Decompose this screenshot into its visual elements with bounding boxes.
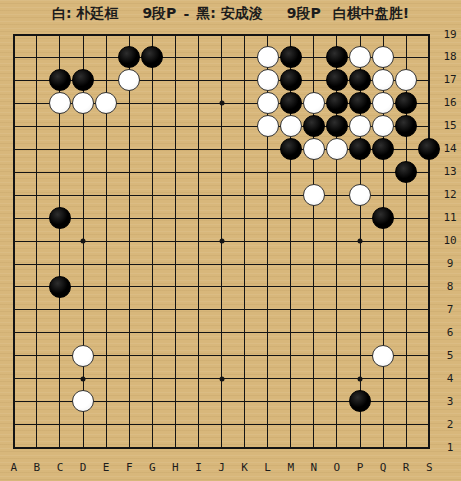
- intersection-J4: [210, 367, 233, 390]
- intersection-E15: [95, 115, 118, 138]
- column-label-G: G: [149, 462, 156, 474]
- intersection-A5: [2, 344, 25, 367]
- intersection-S2: [418, 413, 441, 436]
- intersection-B12: [25, 184, 48, 207]
- intersection-P5: [348, 344, 371, 367]
- intersection-G19: [141, 23, 164, 46]
- intersection-F16: [118, 92, 141, 115]
- intersection-R9: [395, 252, 418, 275]
- intersection-Q10: [372, 229, 395, 252]
- intersection-J15: [210, 115, 233, 138]
- intersection-G15: [141, 115, 164, 138]
- white-player-label: 白:: [52, 5, 72, 23]
- intersection-H9: [164, 252, 187, 275]
- row-label-10: 10: [443, 235, 456, 247]
- black-player-name: 安成浚: [221, 5, 263, 23]
- black-stone-R16: [395, 92, 417, 114]
- black-stone-F18: [118, 46, 140, 68]
- intersection-B10: [25, 229, 48, 252]
- black-stone-R13: [395, 161, 417, 183]
- intersection-R10: [395, 229, 418, 252]
- game-result: 白棋中盘胜!: [333, 5, 409, 23]
- black-stone-O16: [326, 92, 348, 114]
- intersection-S17: [418, 69, 441, 92]
- intersection-B13: [25, 161, 48, 184]
- intersection-E18: [95, 46, 118, 69]
- intersection-D15: [72, 115, 95, 138]
- intersection-J9: [210, 252, 233, 275]
- intersection-H13: [164, 161, 187, 184]
- intersection-H15: [164, 115, 187, 138]
- intersection-P4: [348, 367, 371, 390]
- intersection-Q14: [372, 138, 395, 161]
- intersection-J5: [210, 344, 233, 367]
- intersection-O18: [325, 46, 348, 69]
- intersection-G18: [141, 46, 164, 69]
- intersection-A12: [2, 184, 25, 207]
- white-player-rank: 9段P: [142, 5, 176, 23]
- intersection-M13: [279, 161, 302, 184]
- intersection-L4: [256, 367, 279, 390]
- intersection-A17: [2, 69, 25, 92]
- intersection-M16: [279, 92, 302, 115]
- intersection-B11: [25, 207, 48, 230]
- intersection-K5: [233, 344, 256, 367]
- column-label-L: L: [264, 462, 271, 474]
- intersection-E9: [95, 252, 118, 275]
- intersection-M9: [279, 252, 302, 275]
- intersection-D12: [72, 184, 95, 207]
- intersection-M8: [279, 275, 302, 298]
- intersection-J3: [210, 390, 233, 413]
- intersection-F3: [118, 390, 141, 413]
- row-label-14: 14: [443, 143, 456, 155]
- intersection-O14: [325, 138, 348, 161]
- intersection-K13: [233, 161, 256, 184]
- intersection-A4: [2, 367, 25, 390]
- intersection-H7: [164, 298, 187, 321]
- row-label-1: 1: [447, 442, 454, 454]
- intersection-J8: [210, 275, 233, 298]
- intersection-K9: [233, 252, 256, 275]
- intersection-K16: [233, 92, 256, 115]
- intersection-D18: [72, 46, 95, 69]
- intersection-O3: [325, 390, 348, 413]
- intersection-M4: [279, 367, 302, 390]
- intersection-M17: [279, 69, 302, 92]
- intersection-B17: [25, 69, 48, 92]
- intersection-O17: [325, 69, 348, 92]
- intersection-C19: [48, 23, 71, 46]
- white-stone-D3: [72, 390, 94, 412]
- intersection-S18: [418, 46, 441, 69]
- intersection-M14: [279, 138, 302, 161]
- intersection-L6: [256, 321, 279, 344]
- intersection-G16: [141, 92, 164, 115]
- intersection-R19: [395, 23, 418, 46]
- intersection-H11: [164, 207, 187, 230]
- intersection-L12: [256, 184, 279, 207]
- row-label-18: 18: [443, 51, 456, 63]
- intersection-Q17: [372, 69, 395, 92]
- intersection-P16: [348, 92, 371, 115]
- intersection-A1: [2, 436, 25, 459]
- intersection-D1: [72, 436, 95, 459]
- intersection-N6: [302, 321, 325, 344]
- intersection-J11: [210, 207, 233, 230]
- intersection-F6: [118, 321, 141, 344]
- white-stone-L17: [257, 69, 279, 91]
- intersection-G9: [141, 252, 164, 275]
- intersection-P8: [348, 275, 371, 298]
- intersection-B9: [25, 252, 48, 275]
- intersection-G13: [141, 161, 164, 184]
- intersection-O10: [325, 229, 348, 252]
- intersection-A10: [2, 229, 25, 252]
- intersection-P13: [348, 161, 371, 184]
- column-label-K: K: [241, 462, 248, 474]
- intersection-L5: [256, 344, 279, 367]
- intersection-D14: [72, 138, 95, 161]
- intersection-S10: [418, 229, 441, 252]
- intersection-D4: [72, 367, 95, 390]
- go-board: [2, 23, 440, 459]
- column-label-Q: Q: [380, 462, 387, 474]
- intersection-P19: [348, 23, 371, 46]
- intersection-O16: [325, 92, 348, 115]
- intersection-L3: [256, 390, 279, 413]
- intersection-D13: [72, 161, 95, 184]
- intersection-N4: [302, 367, 325, 390]
- intersection-L14: [256, 138, 279, 161]
- white-stone-N12: [303, 184, 325, 206]
- intersection-E19: [95, 23, 118, 46]
- row-label-15: 15: [443, 120, 456, 132]
- intersection-H12: [164, 184, 187, 207]
- intersection-Q11: [372, 207, 395, 230]
- intersection-R4: [395, 367, 418, 390]
- intersection-O4: [325, 367, 348, 390]
- intersection-N18: [302, 46, 325, 69]
- intersection-N16: [302, 92, 325, 115]
- intersection-J6: [210, 321, 233, 344]
- white-stone-M15: [280, 115, 302, 137]
- intersection-E5: [95, 344, 118, 367]
- intersection-Q16: [372, 92, 395, 115]
- intersection-O6: [325, 321, 348, 344]
- intersection-B18: [25, 46, 48, 69]
- column-label-R: R: [403, 462, 410, 474]
- black-stone-M18: [280, 46, 302, 68]
- intersection-B1: [25, 436, 48, 459]
- intersection-E16: [95, 92, 118, 115]
- go-game-viewer: 白: 朴廷桓9段P-黑: 安成浚9段P白棋中盘胜! ABCDEFGHIJKLMN…: [0, 0, 461, 481]
- white-player-name: 朴廷桓: [76, 5, 118, 23]
- intersection-R7: [395, 298, 418, 321]
- intersection-F8: [118, 275, 141, 298]
- intersection-B4: [25, 367, 48, 390]
- column-label-E: E: [103, 462, 110, 474]
- black-stone-O18: [326, 46, 348, 68]
- intersection-L7: [256, 298, 279, 321]
- intersection-R1: [395, 436, 418, 459]
- intersection-J19: [210, 23, 233, 46]
- intersection-F2: [118, 413, 141, 436]
- intersection-S13: [418, 161, 441, 184]
- row-label-17: 17: [443, 74, 456, 86]
- white-stone-Q5: [372, 345, 394, 367]
- row-label-16: 16: [443, 97, 456, 109]
- intersection-S7: [418, 298, 441, 321]
- black-stone-O15: [326, 115, 348, 137]
- intersection-D19: [72, 23, 95, 46]
- intersection-I7: [187, 298, 210, 321]
- players-separator: -: [183, 6, 189, 22]
- intersection-G14: [141, 138, 164, 161]
- intersection-H16: [164, 92, 187, 115]
- black-stone-C11: [49, 207, 71, 229]
- intersection-I9: [187, 252, 210, 275]
- intersection-R16: [395, 92, 418, 115]
- intersection-G2: [141, 413, 164, 436]
- intersection-P3: [348, 390, 371, 413]
- intersection-R13: [395, 161, 418, 184]
- intersection-C6: [48, 321, 71, 344]
- intersection-G3: [141, 390, 164, 413]
- intersection-L15: [256, 115, 279, 138]
- intersection-C15: [48, 115, 71, 138]
- white-stone-Q16: [372, 92, 394, 114]
- intersection-G11: [141, 207, 164, 230]
- intersection-O9: [325, 252, 348, 275]
- intersection-O2: [325, 413, 348, 436]
- white-stone-D16: [72, 92, 94, 114]
- intersection-G6: [141, 321, 164, 344]
- intersection-B2: [25, 413, 48, 436]
- intersection-M3: [279, 390, 302, 413]
- row-label-4: 4: [447, 373, 454, 385]
- intersection-D17: [72, 69, 95, 92]
- intersection-B16: [25, 92, 48, 115]
- white-stone-Q15: [372, 115, 394, 137]
- intersection-G10: [141, 229, 164, 252]
- intersection-Q5: [372, 344, 395, 367]
- intersection-H8: [164, 275, 187, 298]
- column-label-O: O: [334, 462, 341, 474]
- column-label-H: H: [172, 462, 179, 474]
- intersection-O19: [325, 23, 348, 46]
- white-stone-C16: [49, 92, 71, 114]
- intersection-I6: [187, 321, 210, 344]
- intersection-A7: [2, 298, 25, 321]
- intersection-A3: [2, 390, 25, 413]
- intersection-Q19: [372, 23, 395, 46]
- intersection-S5: [418, 344, 441, 367]
- intersection-F14: [118, 138, 141, 161]
- intersection-N2: [302, 413, 325, 436]
- intersection-B8: [25, 275, 48, 298]
- intersection-N17: [302, 69, 325, 92]
- intersection-K1: [233, 436, 256, 459]
- black-stone-M16: [280, 92, 302, 114]
- white-stone-P15: [349, 115, 371, 137]
- intersection-R5: [395, 344, 418, 367]
- intersection-I14: [187, 138, 210, 161]
- intersection-K19: [233, 23, 256, 46]
- white-stone-E16: [95, 92, 117, 114]
- intersection-H1: [164, 436, 187, 459]
- intersection-Q4: [372, 367, 395, 390]
- intersection-M15: [279, 115, 302, 138]
- intersection-N19: [302, 23, 325, 46]
- intersection-E3: [95, 390, 118, 413]
- intersection-C10: [48, 229, 71, 252]
- intersection-H17: [164, 69, 187, 92]
- intersection-E10: [95, 229, 118, 252]
- intersection-Q15: [372, 115, 395, 138]
- column-label-I: I: [195, 462, 202, 474]
- intersection-P12: [348, 184, 371, 207]
- intersection-J2: [210, 413, 233, 436]
- intersection-M6: [279, 321, 302, 344]
- intersection-C2: [48, 413, 71, 436]
- intersection-C17: [48, 69, 71, 92]
- intersection-I11: [187, 207, 210, 230]
- intersection-K6: [233, 321, 256, 344]
- intersection-G1: [141, 436, 164, 459]
- intersection-L2: [256, 413, 279, 436]
- intersection-S16: [418, 92, 441, 115]
- white-stone-P18: [349, 46, 371, 68]
- intersection-D5: [72, 344, 95, 367]
- intersection-E13: [95, 161, 118, 184]
- intersection-C13: [48, 161, 71, 184]
- intersection-B3: [25, 390, 48, 413]
- black-stone-G18: [141, 46, 163, 68]
- intersection-N5: [302, 344, 325, 367]
- intersection-F4: [118, 367, 141, 390]
- intersection-N12: [302, 184, 325, 207]
- intersection-J18: [210, 46, 233, 69]
- intersection-D7: [72, 298, 95, 321]
- intersection-I13: [187, 161, 210, 184]
- intersection-A19: [2, 23, 25, 46]
- intersection-B14: [25, 138, 48, 161]
- intersection-K11: [233, 207, 256, 230]
- intersection-O13: [325, 161, 348, 184]
- intersection-P18: [348, 46, 371, 69]
- intersection-P9: [348, 252, 371, 275]
- intersection-L19: [256, 23, 279, 46]
- intersection-D2: [72, 413, 95, 436]
- intersection-I4: [187, 367, 210, 390]
- intersection-S19: [418, 23, 441, 46]
- intersection-O5: [325, 344, 348, 367]
- intersection-D10: [72, 229, 95, 252]
- intersection-Q3: [372, 390, 395, 413]
- intersection-I1: [187, 436, 210, 459]
- intersection-D8: [72, 275, 95, 298]
- black-stone-P3: [349, 390, 371, 412]
- intersection-S8: [418, 275, 441, 298]
- row-label-6: 6: [447, 327, 454, 339]
- intersection-Q2: [372, 413, 395, 436]
- intersection-S12: [418, 184, 441, 207]
- row-label-12: 12: [443, 189, 456, 201]
- intersection-K10: [233, 229, 256, 252]
- intersection-F15: [118, 115, 141, 138]
- column-label-F: F: [126, 462, 133, 474]
- intersection-Q7: [372, 298, 395, 321]
- row-label-2: 2: [447, 419, 454, 431]
- intersection-I10: [187, 229, 210, 252]
- intersection-F11: [118, 207, 141, 230]
- intersection-A8: [2, 275, 25, 298]
- intersection-S4: [418, 367, 441, 390]
- intersection-O8: [325, 275, 348, 298]
- intersection-F13: [118, 161, 141, 184]
- black-stone-P17: [349, 69, 371, 91]
- intersection-A18: [2, 46, 25, 69]
- white-stone-Q18: [372, 46, 394, 68]
- intersection-F18: [118, 46, 141, 69]
- column-label-P: P: [357, 462, 364, 474]
- intersection-R17: [395, 69, 418, 92]
- intersection-E12: [95, 184, 118, 207]
- intersection-A2: [2, 413, 25, 436]
- intersection-L10: [256, 229, 279, 252]
- intersection-N11: [302, 207, 325, 230]
- intersection-L13: [256, 161, 279, 184]
- intersection-G5: [141, 344, 164, 367]
- black-stone-Q14: [372, 138, 394, 160]
- white-stone-L16: [257, 92, 279, 114]
- white-stone-N16: [303, 92, 325, 114]
- intersection-G7: [141, 298, 164, 321]
- intersection-I5: [187, 344, 210, 367]
- intersection-A13: [2, 161, 25, 184]
- intersection-K3: [233, 390, 256, 413]
- white-stone-N14: [303, 138, 325, 160]
- white-stone-Q17: [372, 69, 394, 91]
- intersection-E6: [95, 321, 118, 344]
- intersection-S3: [418, 390, 441, 413]
- intersection-N8: [302, 275, 325, 298]
- intersection-K2: [233, 413, 256, 436]
- intersection-N10: [302, 229, 325, 252]
- intersection-P15: [348, 115, 371, 138]
- intersection-K18: [233, 46, 256, 69]
- intersection-H18: [164, 46, 187, 69]
- column-label-C: C: [57, 462, 64, 474]
- intersection-A16: [2, 92, 25, 115]
- black-stone-O17: [326, 69, 348, 91]
- intersection-P2: [348, 413, 371, 436]
- intersection-Q1: [372, 436, 395, 459]
- intersection-D16: [72, 92, 95, 115]
- intersection-K12: [233, 184, 256, 207]
- intersection-R15: [395, 115, 418, 138]
- intersection-R12: [395, 184, 418, 207]
- intersection-P11: [348, 207, 371, 230]
- intersection-K7: [233, 298, 256, 321]
- intersection-B19: [25, 23, 48, 46]
- intersection-J12: [210, 184, 233, 207]
- intersection-S1: [418, 436, 441, 459]
- intersection-H10: [164, 229, 187, 252]
- intersection-I8: [187, 275, 210, 298]
- intersection-D3: [72, 390, 95, 413]
